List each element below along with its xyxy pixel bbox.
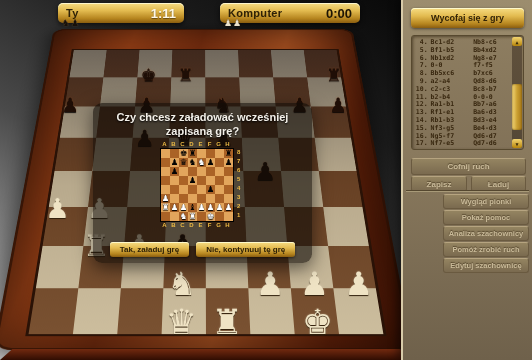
white-pawn-mini: ♟ (216, 203, 224, 212)
black-pawn-mini: ♟ (225, 158, 233, 167)
scroll-down-icon[interactable]: ▼ (512, 139, 522, 148)
show-help-button[interactable]: Pokaż pomoc (443, 210, 529, 225)
board-analysis-button[interactable]: Analiza szachownicy (443, 226, 529, 241)
mini-square-b5 (170, 176, 179, 185)
board-square-b1[interactable] (73, 288, 121, 334)
mini-square-c4 (179, 185, 188, 194)
undo-move-button[interactable]: Cofnij ruch (411, 158, 526, 175)
mini-square-f1: ♚ (206, 212, 215, 221)
white-rook-e1[interactable]: ♜ (211, 305, 242, 340)
white-pawn-g2[interactable]: ♟ (300, 268, 329, 300)
rank-label-4: 4 (237, 184, 240, 193)
mini-square-a2: ♜ (161, 203, 170, 212)
rank-label-2: 2 (237, 202, 240, 211)
mini-files-bottom: ABCDEFGH (160, 222, 245, 229)
white-knight-d2[interactable]: ♞ (167, 268, 196, 300)
mini-square-a1 (161, 212, 170, 221)
load-yes-button[interactable]: Tak, załaduj grę (110, 242, 189, 257)
black-rook-h8[interactable]: ♜ (326, 67, 341, 84)
white-pawn-icon: ♟ (224, 19, 232, 28)
computer-time: 0:00 (326, 6, 352, 21)
side-panel: Wycofaj się z gry 4.Bc1-d2Nb8-c65.Bf1-b5… (401, 0, 532, 360)
mini-square-g5 (215, 176, 224, 185)
black-pawn-mini: ♟ (207, 158, 215, 167)
white-king-g1[interactable]: ♚ (302, 305, 333, 340)
white-king-mini: ♚ (207, 212, 215, 221)
file-label-d: D (187, 222, 196, 229)
mini-square-a5 (161, 176, 170, 185)
mini-square-f6 (206, 167, 215, 176)
mini-square-e6 (197, 167, 206, 176)
move-row[interactable]: 6.Nb1xd2Ng8-e7 (414, 55, 510, 63)
file-label-a: A (160, 222, 169, 229)
rank-label-8: 8 (237, 148, 240, 157)
black-pawn-mini: ♟ (171, 167, 179, 176)
file-label-h: H (223, 222, 232, 229)
mini-square-d1: ♜ (188, 212, 197, 221)
black-queen-mini: ♛ (180, 158, 188, 167)
move-row[interactable]: 17.Nf7-e5Qd7-d6 (414, 140, 510, 148)
file-label-e: E (196, 141, 205, 148)
mini-files-top: ABCDEFGH (160, 141, 245, 148)
board-square-a8[interactable] (69, 50, 106, 77)
mini-square-e7: ♞ (197, 158, 206, 167)
mini-square-e4 (197, 185, 206, 194)
rank-label-6: 6 (237, 166, 240, 175)
load-no-button[interactable]: Nie, kontynuuj tę grę (196, 242, 295, 257)
mini-square-g6 (215, 167, 224, 176)
mini-square-h7: ♟ (224, 158, 233, 167)
computer-captured-tray: ♟♟ (224, 19, 241, 28)
board-square-b8[interactable] (103, 50, 139, 77)
mini-square-e5 (197, 176, 206, 185)
black-rook-d8[interactable]: ♜ (178, 67, 193, 84)
move-number: 17. (414, 140, 428, 148)
chess-app: ♚♜♜♟♟♞♟♟♟♛♟♞♟♟♟♟♟♜♟♝♞♟♟♟♛♜♚ Ty 1:11 ♞♟ K… (0, 0, 532, 360)
black-king-c8[interactable]: ♚ (141, 67, 156, 84)
mini-square-a7 (161, 158, 170, 167)
mini-square-b2: ♟ (170, 203, 179, 212)
white-pawn-icon: ♟ (233, 19, 241, 28)
mini-square-b4 (170, 185, 179, 194)
file-label-e: E (196, 222, 205, 229)
mini-square-e2: ♟ (197, 203, 206, 212)
mini-square-c1: ♞ (179, 212, 188, 221)
file-label-f: F (205, 141, 214, 148)
rank-label-1: 1 (237, 211, 240, 220)
white-knight-mini: ♞ (198, 158, 206, 167)
file-label-d: D (187, 141, 196, 148)
dialog-question-line1: Czy chcesz załadować wcześniej (93, 110, 312, 124)
mini-square-c6 (179, 167, 188, 176)
rank-label-3: 3 (237, 193, 240, 202)
white-pawn-h2[interactable]: ♟ (344, 268, 373, 300)
board-square-a2[interactable] (36, 246, 84, 288)
dialog-question-line2: zapisaną grę? (93, 124, 312, 138)
mini-square-h6 (224, 167, 233, 176)
player-time: 1:11 (151, 6, 176, 21)
mini-square-h1 (224, 212, 233, 221)
white-rook-mini: ♜ (162, 203, 170, 212)
file-label-a: A (160, 141, 169, 148)
mini-square-d4 (188, 185, 197, 194)
edit-board-button[interactable]: Edytuj szachownicę (443, 258, 529, 273)
board-square-h4[interactable] (319, 171, 363, 207)
board-square-h3[interactable] (323, 207, 369, 246)
board-square-e8[interactable] (205, 50, 239, 77)
black-pawn-icon: ♟ (71, 19, 79, 28)
white-pawn-mini: ♟ (198, 203, 206, 212)
move-list[interactable]: 4.Bc1-d2Nb8-c65.Bf1-b5Bb4xd26.Nb1xd2Ng8-… (411, 35, 524, 150)
white-knight-mini: ♞ (180, 212, 188, 221)
mini-square-h4 (224, 185, 233, 194)
white-queen-d1[interactable]: ♛ (166, 305, 197, 340)
black-pawn-h7[interactable]: ♟ (329, 96, 347, 116)
move-row[interactable]: 7.0-0f7-f5 (414, 62, 510, 70)
white-move: Nf7-e5 (431, 140, 474, 148)
mini-square-e1 (197, 212, 206, 221)
mini-square-f4: ♟ (206, 185, 215, 194)
white-pawn-mini: ♟ (225, 203, 233, 212)
mini-square-d7: ♞ (188, 158, 197, 167)
mini-square-a8 (161, 149, 170, 158)
black-pawn-mini: ♟ (189, 176, 197, 185)
file-label-c: C (178, 141, 187, 148)
mini-square-b6: ♟ (170, 167, 179, 176)
black-move: Qd7-d6 (473, 140, 510, 148)
mini-square-g8 (215, 149, 224, 158)
white-pawn-f2[interactable]: ♟ (256, 268, 285, 300)
white-pawn-mini: ♟ (171, 203, 179, 212)
move-row[interactable]: 10.c2-c3Bc8-b7 (414, 86, 510, 94)
board-front-edge (0, 349, 412, 360)
white-pawn-a4[interactable]: ♟ (45, 195, 69, 222)
file-label-b: B (169, 222, 178, 229)
board-square-g8[interactable] (271, 50, 307, 77)
file-label-g: G (214, 141, 223, 148)
file-label-c: C (178, 222, 187, 229)
board-square-h5[interactable] (315, 138, 357, 171)
mini-square-h5 (224, 176, 233, 185)
player-captured-tray: ♞♟ (62, 19, 79, 28)
black-pawn-mini: ♟ (207, 185, 215, 194)
dialog-mini-board: ♚♜♜♟♛♞♞♟♟♟♟♟♟♜♟♟♝♟♟♟♟♞♜♚ (160, 148, 234, 222)
move-rows: 4.Bc1-d2Nb8-c65.Bf1-b5Bb4xd26.Nb1xd2Ng8-… (414, 39, 510, 148)
scrollbar-thumb[interactable] (512, 84, 522, 130)
mini-square-g7 (215, 158, 224, 167)
mini-square-a6 (161, 167, 170, 176)
board-square-f8[interactable] (238, 50, 273, 77)
file-label-g: G (214, 222, 223, 229)
scroll-up-icon[interactable]: ▲ (512, 37, 522, 46)
mini-square-g4 (215, 185, 224, 194)
panel-divider (406, 190, 529, 192)
file-label-b: B (169, 141, 178, 148)
rank-label-7: 7 (237, 157, 240, 166)
mini-square-h2: ♟ (224, 203, 233, 212)
mini-square-g2: ♟ (215, 203, 224, 212)
resign-button[interactable]: Wycofaj się z gry (411, 8, 524, 28)
file-label-f: F (205, 222, 214, 229)
mini-square-d5: ♟ (188, 176, 197, 185)
black-pawn-a7[interactable]: ♟ (61, 96, 79, 116)
mini-square-f7: ♟ (206, 158, 215, 167)
mini-square-g1 (215, 212, 224, 221)
mini-square-c5 (179, 176, 188, 185)
file-label-h: H (223, 141, 232, 148)
board-square-a1[interactable] (29, 288, 79, 334)
black-knight-icon: ♞ (62, 19, 70, 28)
saved-game-preview: ABCDEFGH ♚♜♜♟♛♞♞♟♟♟♟♟♟♜♟♟♝♟♟♟♟♞♜♚ 876543… (160, 141, 245, 229)
board-square-c1[interactable] (117, 288, 163, 334)
white-rook-mini: ♜ (189, 212, 197, 221)
mini-square-c7: ♛ (179, 158, 188, 167)
board-square-a5[interactable] (55, 138, 97, 171)
load-game-dialog: Czy chcesz załadować wcześniej zapisaną … (93, 103, 312, 263)
pieces-appearance-button[interactable]: Wygląd pionki (443, 194, 529, 209)
mini-ranks: 87654321 (237, 148, 240, 222)
mini-square-b1 (170, 212, 179, 221)
rank-label-5: 5 (237, 175, 240, 184)
hint-move-button[interactable]: Pomóż zrobić ruch (443, 242, 529, 257)
move-list-scrollbar[interactable]: ▲ ▼ (512, 37, 522, 148)
black-knight-mini: ♞ (189, 158, 197, 167)
